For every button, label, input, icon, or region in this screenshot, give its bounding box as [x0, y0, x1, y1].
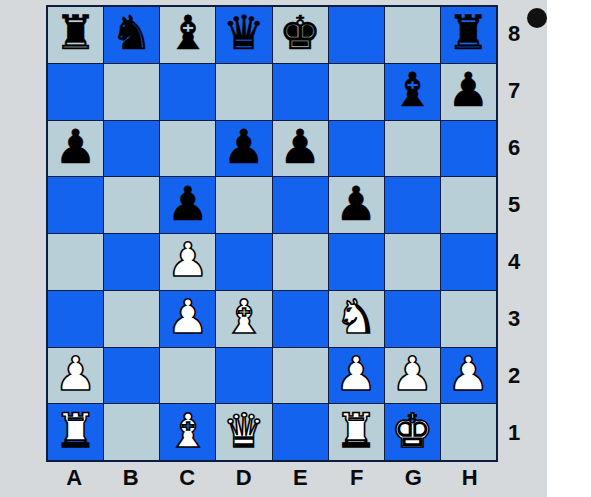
rank-label-4: 4: [499, 234, 529, 291]
white-pawn-c4[interactable]: ♟: [167, 236, 209, 283]
square-f2[interactable]: ♟: [329, 348, 384, 404]
square-g4[interactable]: [385, 234, 440, 290]
rank-label-6: 6: [499, 119, 529, 176]
square-e6[interactable]: ♟: [273, 121, 328, 177]
square-f4[interactable]: [329, 234, 384, 290]
black-pawn-e6[interactable]: ♟: [279, 123, 321, 170]
square-h5[interactable]: [441, 177, 496, 233]
square-h2[interactable]: ♟: [441, 348, 496, 404]
square-f8[interactable]: [329, 7, 384, 63]
rank-label-8: 8: [499, 5, 529, 62]
square-c5[interactable]: ♟: [160, 177, 215, 233]
file-label-f: F: [329, 462, 386, 494]
square-b4[interactable]: [104, 234, 159, 290]
square-e2[interactable]: [273, 348, 328, 404]
black-bishop-c8[interactable]: ♝: [167, 9, 209, 56]
square-g6[interactable]: [385, 121, 440, 177]
square-e5[interactable]: [273, 177, 328, 233]
black-pawn-h7[interactable]: ♟: [447, 66, 489, 113]
square-g7[interactable]: ♝: [385, 64, 440, 120]
white-pawn-c3[interactable]: ♟: [167, 293, 209, 340]
square-c8[interactable]: ♝: [160, 7, 215, 63]
file-label-b: B: [103, 462, 160, 494]
square-d2[interactable]: [216, 348, 271, 404]
white-pawn-f2[interactable]: ♟: [335, 350, 377, 397]
file-label-c: C: [159, 462, 216, 494]
chess-board: ♜♞♝♛♚♜♝♟♟♟♟♟♟♟♟♝♞♟♟♟♟♜♝♛♜♚: [46, 5, 498, 462]
square-c4[interactable]: ♟: [160, 234, 215, 290]
white-knight-f3[interactable]: ♞: [335, 293, 377, 340]
rank-label-1: 1: [499, 405, 529, 462]
square-a4[interactable]: [48, 234, 103, 290]
square-c1[interactable]: ♝: [160, 404, 215, 460]
square-c6[interactable]: [160, 121, 215, 177]
rank-label-5: 5: [499, 176, 529, 233]
square-e3[interactable]: [273, 291, 328, 347]
square-d1[interactable]: ♛: [216, 404, 271, 460]
square-d8[interactable]: ♛: [216, 7, 271, 63]
square-e4[interactable]: [273, 234, 328, 290]
black-pawn-f5[interactable]: ♟: [335, 180, 377, 227]
square-c3[interactable]: ♟: [160, 291, 215, 347]
black-queen-d8[interactable]: ♛: [223, 9, 265, 56]
square-a3[interactable]: [48, 291, 103, 347]
square-g3[interactable]: [385, 291, 440, 347]
board-panel: ♜♞♝♛♚♜♝♟♟♟♟♟♟♟♟♝♞♟♟♟♟♜♝♛♜♚ 87654321 ABCD…: [0, 0, 547, 497]
square-f5[interactable]: ♟: [329, 177, 384, 233]
square-a5[interactable]: [48, 177, 103, 233]
square-d5[interactable]: [216, 177, 271, 233]
square-b7[interactable]: [104, 64, 159, 120]
file-labels: ABCDEFGH: [46, 462, 498, 494]
black-to-move-dot-icon: [527, 8, 547, 28]
square-f6[interactable]: [329, 121, 384, 177]
white-pawn-g2[interactable]: ♟: [391, 350, 433, 397]
square-h6[interactable]: [441, 121, 496, 177]
black-bishop-g7[interactable]: ♝: [391, 66, 433, 113]
square-b3[interactable]: [104, 291, 159, 347]
square-d7[interactable]: [216, 64, 271, 120]
square-e8[interactable]: ♚: [273, 7, 328, 63]
square-b8[interactable]: ♞: [104, 7, 159, 63]
file-label-a: A: [46, 462, 103, 494]
rank-label-7: 7: [499, 62, 529, 119]
square-g2[interactable]: ♟: [385, 348, 440, 404]
square-h8[interactable]: ♜: [441, 7, 496, 63]
square-d3[interactable]: ♝: [216, 291, 271, 347]
square-h1[interactable]: [441, 404, 496, 460]
black-knight-b8[interactable]: ♞: [111, 9, 153, 56]
square-a6[interactable]: ♟: [48, 121, 103, 177]
square-d4[interactable]: [216, 234, 271, 290]
rank-label-2: 2: [499, 348, 529, 405]
square-a1[interactable]: ♜: [48, 404, 103, 460]
white-bishop-c1[interactable]: ♝: [167, 407, 209, 454]
square-h4[interactable]: [441, 234, 496, 290]
file-label-h: H: [442, 462, 499, 494]
file-label-d: D: [216, 462, 273, 494]
square-b1[interactable]: [104, 404, 159, 460]
white-queen-d1[interactable]: ♛: [223, 407, 265, 454]
square-a2[interactable]: ♟: [48, 348, 103, 404]
white-pawn-a2[interactable]: ♟: [54, 350, 96, 397]
square-e7[interactable]: [273, 64, 328, 120]
chess-app-page: ♜♞♝♛♚♜♝♟♟♟♟♟♟♟♟♝♞♟♟♟♟♜♝♛♜♚ 87654321 ABCD…: [0, 0, 591, 497]
square-g5[interactable]: [385, 177, 440, 233]
file-label-g: G: [385, 462, 442, 494]
black-pawn-d6[interactable]: ♟: [223, 123, 265, 170]
black-pawn-c5[interactable]: ♟: [167, 180, 209, 227]
square-c7[interactable]: [160, 64, 215, 120]
square-f1[interactable]: ♜: [329, 404, 384, 460]
white-pawn-h2[interactable]: ♟: [447, 350, 489, 397]
square-h7[interactable]: ♟: [441, 64, 496, 120]
rank-label-3: 3: [499, 291, 529, 348]
square-f3[interactable]: ♞: [329, 291, 384, 347]
square-f7[interactable]: [329, 64, 384, 120]
white-king-g1[interactable]: ♚: [391, 407, 433, 454]
rank-labels: 87654321: [499, 5, 529, 462]
square-a8[interactable]: ♜: [48, 7, 103, 63]
file-label-e: E: [272, 462, 329, 494]
black-rook-a8[interactable]: ♜: [54, 9, 96, 56]
square-h3[interactable]: [441, 291, 496, 347]
square-b2[interactable]: [104, 348, 159, 404]
white-bishop-d3[interactable]: ♝: [223, 293, 265, 340]
square-e1[interactable]: [273, 404, 328, 460]
square-g8[interactable]: [385, 7, 440, 63]
white-rook-a1[interactable]: ♜: [54, 407, 96, 454]
white-rook-f1[interactable]: ♜: [335, 407, 377, 454]
square-b5[interactable]: [104, 177, 159, 233]
black-rook-h8[interactable]: ♜: [447, 9, 489, 56]
black-king-e8[interactable]: ♚: [279, 9, 321, 56]
square-d6[interactable]: ♟: [216, 121, 271, 177]
square-g1[interactable]: ♚: [385, 404, 440, 460]
square-a7[interactable]: [48, 64, 103, 120]
black-pawn-a6[interactable]: ♟: [54, 123, 96, 170]
square-c2[interactable]: [160, 348, 215, 404]
square-b6[interactable]: [104, 121, 159, 177]
